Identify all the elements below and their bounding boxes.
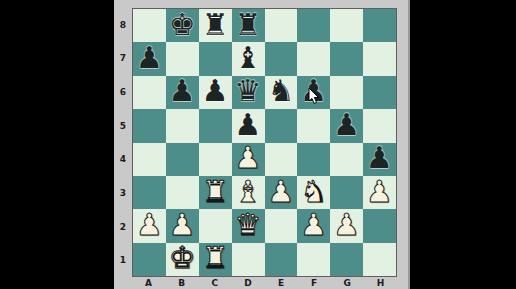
square-c5[interactable] <box>199 109 232 142</box>
piece-black-pawn[interactable]: ♟ <box>136 43 163 73</box>
piece-white-pawn[interactable]: ♟ <box>136 210 163 240</box>
square-h3[interactable]: ♟ <box>363 176 396 209</box>
piece-white-queen[interactable]: ♛ <box>235 210 262 240</box>
letterboxed-screen: 87654321 ♚♜♜♟♝♟♟♛♞♟♟♟♟♟♜♝♟♞♟♟♟♛♟♟♚♜ ABCD… <box>0 0 516 289</box>
square-h6[interactable] <box>363 76 396 109</box>
square-d4[interactable]: ♟ <box>232 143 265 176</box>
square-e2[interactable] <box>265 209 298 242</box>
board-panel: 87654321 ♚♜♜♟♝♟♟♛♞♟♟♟♟♟♜♝♟♞♟♟♟♛♟♟♚♜ ABCD… <box>114 0 410 289</box>
square-d7[interactable]: ♝ <box>232 42 265 75</box>
square-c1[interactable]: ♜ <box>199 243 232 276</box>
piece-black-pawn[interactable]: ♟ <box>366 143 393 173</box>
rank-label: 1 <box>114 243 132 277</box>
square-c3[interactable]: ♜ <box>199 176 232 209</box>
square-b7[interactable] <box>166 42 199 75</box>
piece-white-king[interactable]: ♚ <box>169 243 196 273</box>
rank-label: 8 <box>114 8 132 42</box>
file-label: A <box>132 277 165 289</box>
square-f8[interactable] <box>297 9 330 42</box>
square-b5[interactable] <box>166 109 199 142</box>
square-b8[interactable]: ♚ <box>166 9 199 42</box>
piece-black-pawn[interactable]: ♟ <box>333 110 360 140</box>
square-h4[interactable]: ♟ <box>363 143 396 176</box>
square-e4[interactable] <box>265 143 298 176</box>
square-a3[interactable] <box>133 176 166 209</box>
piece-white-pawn[interactable]: ♟ <box>333 210 360 240</box>
square-a1[interactable] <box>133 243 166 276</box>
piece-black-king[interactable]: ♚ <box>169 10 196 40</box>
square-d2[interactable]: ♛ <box>232 209 265 242</box>
square-h8[interactable] <box>363 9 396 42</box>
square-g8[interactable] <box>330 9 363 42</box>
piece-black-pawn[interactable]: ♟ <box>300 76 327 106</box>
rank-label: 2 <box>114 210 132 244</box>
piece-black-pawn[interactable]: ♟ <box>202 76 229 106</box>
square-f6[interactable]: ♟ <box>297 76 330 109</box>
square-d5[interactable]: ♟ <box>232 109 265 142</box>
square-f7[interactable] <box>297 42 330 75</box>
square-g5[interactable]: ♟ <box>330 109 363 142</box>
piece-black-rook[interactable]: ♜ <box>202 10 229 40</box>
square-c2[interactable] <box>199 209 232 242</box>
square-g7[interactable] <box>330 42 363 75</box>
rank-label: 6 <box>114 75 132 109</box>
square-d6[interactable]: ♛ <box>232 76 265 109</box>
piece-black-bishop[interactable]: ♝ <box>235 43 262 73</box>
square-h1[interactable] <box>363 243 396 276</box>
square-e8[interactable] <box>265 9 298 42</box>
square-f2[interactable]: ♟ <box>297 209 330 242</box>
square-g2[interactable]: ♟ <box>330 209 363 242</box>
square-g1[interactable] <box>330 243 363 276</box>
square-e6[interactable]: ♞ <box>265 76 298 109</box>
file-label: B <box>165 277 198 289</box>
file-label: E <box>265 277 298 289</box>
rank-label: 4 <box>114 143 132 177</box>
square-a7[interactable]: ♟ <box>133 42 166 75</box>
file-label: H <box>364 277 397 289</box>
file-label: D <box>231 277 264 289</box>
square-a5[interactable] <box>133 109 166 142</box>
square-h7[interactable] <box>363 42 396 75</box>
piece-white-rook[interactable]: ♜ <box>202 243 229 273</box>
square-f5[interactable] <box>297 109 330 142</box>
piece-white-bishop[interactable]: ♝ <box>235 177 262 207</box>
piece-black-rook[interactable]: ♜ <box>235 10 262 40</box>
square-a6[interactable] <box>133 76 166 109</box>
square-b3[interactable] <box>166 176 199 209</box>
square-a4[interactable] <box>133 143 166 176</box>
piece-black-pawn[interactable]: ♟ <box>235 110 262 140</box>
square-b6[interactable]: ♟ <box>166 76 199 109</box>
square-c4[interactable] <box>199 143 232 176</box>
square-g3[interactable] <box>330 176 363 209</box>
piece-black-knight[interactable]: ♞ <box>267 76 294 106</box>
file-label: G <box>331 277 364 289</box>
chess-board[interactable]: ♚♜♜♟♝♟♟♛♞♟♟♟♟♟♜♝♟♞♟♟♟♛♟♟♚♜ <box>132 8 397 277</box>
piece-white-pawn[interactable]: ♟ <box>300 210 327 240</box>
square-h2[interactable] <box>363 209 396 242</box>
square-e5[interactable] <box>265 109 298 142</box>
square-c7[interactable] <box>199 42 232 75</box>
square-d8[interactable]: ♜ <box>232 9 265 42</box>
piece-black-queen[interactable]: ♛ <box>235 76 262 106</box>
square-h5[interactable] <box>363 109 396 142</box>
piece-white-pawn[interactable]: ♟ <box>235 143 262 173</box>
piece-black-pawn[interactable]: ♟ <box>169 76 196 106</box>
square-a2[interactable]: ♟ <box>133 209 166 242</box>
file-label: C <box>198 277 231 289</box>
square-d3[interactable]: ♝ <box>232 176 265 209</box>
square-b2[interactable]: ♟ <box>166 209 199 242</box>
square-d1[interactable] <box>232 243 265 276</box>
square-b1[interactable]: ♚ <box>166 243 199 276</box>
square-e7[interactable] <box>265 42 298 75</box>
piece-white-knight[interactable]: ♞ <box>300 177 327 207</box>
square-g6[interactable] <box>330 76 363 109</box>
square-e1[interactable] <box>265 243 298 276</box>
square-e3[interactable]: ♟ <box>265 176 298 209</box>
rank-label: 7 <box>114 42 132 76</box>
rank-labels: 87654321 <box>114 8 132 277</box>
rank-label: 3 <box>114 176 132 210</box>
piece-white-pawn[interactable]: ♟ <box>169 210 196 240</box>
square-a8[interactable] <box>133 9 166 42</box>
square-g4[interactable] <box>330 143 363 176</box>
square-f3[interactable]: ♞ <box>297 176 330 209</box>
square-b4[interactable] <box>166 143 199 176</box>
piece-white-rook[interactable]: ♜ <box>202 177 229 207</box>
square-c8[interactable]: ♜ <box>199 9 232 42</box>
piece-white-pawn[interactable]: ♟ <box>366 177 393 207</box>
square-f1[interactable] <box>297 243 330 276</box>
file-labels: ABCDEFGH <box>132 277 397 289</box>
piece-white-pawn[interactable]: ♟ <box>267 177 294 207</box>
square-f4[interactable] <box>297 143 330 176</box>
rank-label: 5 <box>114 109 132 143</box>
square-c6[interactable]: ♟ <box>199 76 232 109</box>
file-label: F <box>298 277 331 289</box>
